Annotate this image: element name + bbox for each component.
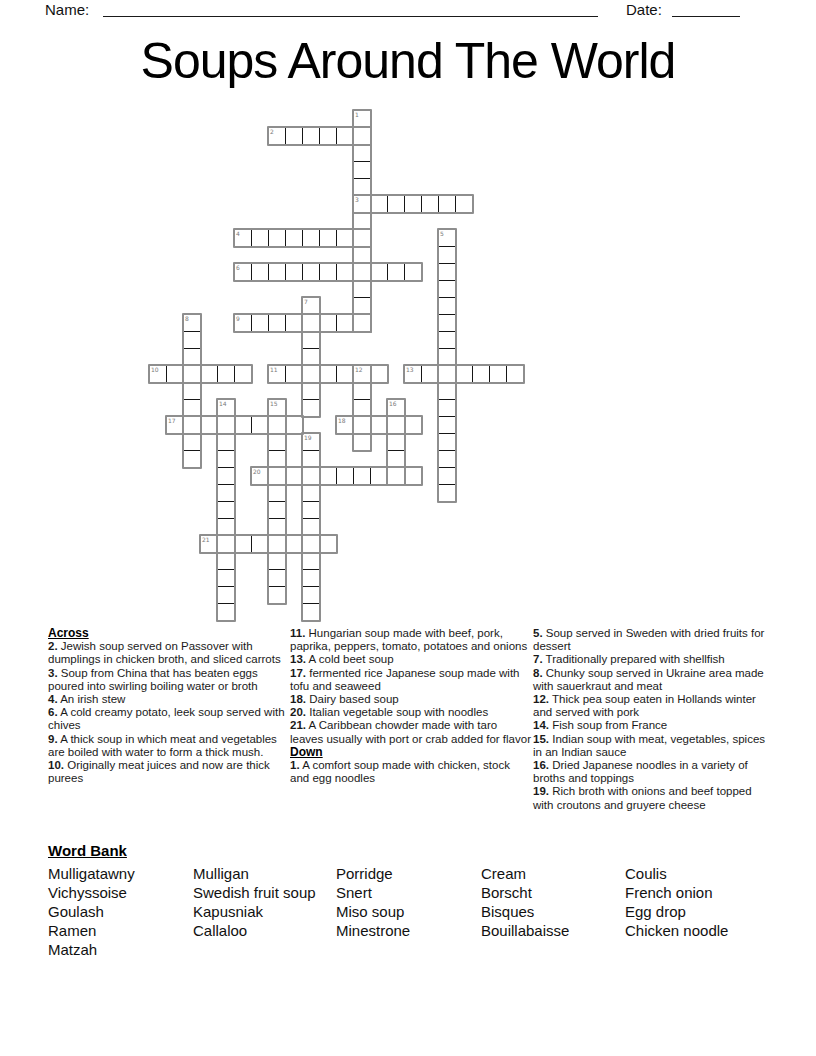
grid-cell-r18c2[interactable] xyxy=(183,416,201,434)
grid-cell-r18c12[interactable] xyxy=(353,416,371,434)
grid-cell-r8c12[interactable] xyxy=(353,246,371,264)
clue-2-across: 2. Jewish soup served on Passover with d… xyxy=(48,640,285,666)
clue-number-11: 11 xyxy=(270,366,278,373)
grid-cell-r29c4[interactable] xyxy=(217,603,235,621)
name-input-line[interactable] xyxy=(103,0,598,17)
clue-10-across: 10. Originally meat juices and now are t… xyxy=(48,759,285,785)
grid-cell-r9c17[interactable] xyxy=(438,263,456,281)
word-bank-item: Bouillabaisse xyxy=(481,921,569,940)
date-input-line[interactable] xyxy=(672,0,740,17)
grid-cell-r28c7[interactable] xyxy=(268,586,286,604)
clue-number-20: 20 xyxy=(253,468,261,475)
grid-cell-r2c12[interactable] xyxy=(353,144,371,162)
grid-cell-r6c12[interactable] xyxy=(353,212,371,230)
grid-cell-r26c7[interactable] xyxy=(268,552,286,570)
grid-cell-r21c7[interactable] xyxy=(268,467,286,485)
grid-cell-r7c10[interactable] xyxy=(319,229,337,247)
grid-cell-r7c9[interactable] xyxy=(302,229,320,247)
grid-cell-r1c11[interactable] xyxy=(336,127,354,145)
grid-cell-r9c7[interactable] xyxy=(268,263,286,281)
grid-cell-r26c9[interactable] xyxy=(302,552,320,570)
word-bank-item: Mulligan xyxy=(193,864,316,883)
word-bank-item: French onion xyxy=(625,883,728,902)
word-bank-item: Callaloo xyxy=(193,921,316,940)
grid-cell-r23c4[interactable] xyxy=(217,501,235,519)
grid-cell-r1c7[interactable]: 2 xyxy=(268,127,286,145)
word-bank: Word Bank MulligatawnyVichyssoiseGoulash… xyxy=(48,842,772,974)
clue-number-12: 12 xyxy=(355,366,363,373)
grid-cell-r25c9[interactable] xyxy=(302,535,320,553)
grid-cell-r20c14[interactable] xyxy=(387,450,405,468)
grid-cell-r9c5[interactable]: 6 xyxy=(234,263,252,281)
clue-number-21: 21 xyxy=(202,536,210,543)
grid-cell-r24c7[interactable] xyxy=(268,518,286,536)
date-label: Date: xyxy=(626,1,662,18)
grid-cell-r15c8[interactable] xyxy=(285,365,303,383)
clue-17-across: 17. fermented rice Japanese soup made wi… xyxy=(290,667,531,693)
grid-cell-r15c20[interactable] xyxy=(489,365,507,383)
crossword-worksheet: Name: Date: Soups Around The World 13245… xyxy=(0,0,816,1056)
clue-5-down: 5. Soup served in Sweden with dried frui… xyxy=(533,627,773,653)
grid-cell-r7c8[interactable] xyxy=(285,229,303,247)
grid-cell-r10c17[interactable] xyxy=(438,280,456,298)
grid-cell-r18c5[interactable] xyxy=(234,416,252,434)
clues-column-3: 5. Soup served in Sweden with dried frui… xyxy=(533,627,773,812)
word-bank-item: Ramen xyxy=(48,921,135,940)
word-bank-item: Cream xyxy=(481,864,569,883)
clue-8-down: 8. Chunky soup served in Ukraine area ma… xyxy=(533,667,773,693)
grid-cell-r9c8[interactable] xyxy=(285,263,303,281)
grid-cell-r5c16[interactable] xyxy=(421,195,439,213)
grid-cell-r0c12[interactable]: 1 xyxy=(353,110,371,128)
grid-cell-r12c10[interactable] xyxy=(319,314,337,332)
grid-cell-r14c2[interactable] xyxy=(183,348,201,366)
grid-cell-r9c12[interactable] xyxy=(353,263,371,281)
word-bank-item: Bisques xyxy=(481,902,569,921)
grid-cell-r18c8[interactable] xyxy=(285,416,303,434)
clue-number-16: 16 xyxy=(389,400,397,407)
grid-cell-r11c9[interactable]: 7 xyxy=(302,297,320,315)
grid-cell-r15c4[interactable] xyxy=(217,365,235,383)
grid-cell-r19c17[interactable] xyxy=(438,433,456,451)
puzzle-title: Soups Around The World xyxy=(0,35,816,88)
grid-cell-r16c12[interactable] xyxy=(353,382,371,400)
word-bank-item: Goulash xyxy=(48,902,135,921)
clue-4-across: 4. An irish stew xyxy=(48,693,285,706)
grid-cell-r15c3[interactable] xyxy=(200,365,218,383)
clue-number-2: 2 xyxy=(270,128,274,135)
grid-cell-r17c17[interactable] xyxy=(438,399,456,417)
clue-18-across: 18. Dairy based soup xyxy=(290,693,531,706)
word-bank-item: Porridge xyxy=(336,864,410,883)
grid-cell-r18c11[interactable]: 18 xyxy=(336,416,354,434)
grid-cell-r19c2[interactable] xyxy=(183,433,201,451)
grid-cell-r24c9[interactable] xyxy=(302,518,320,536)
grid-cell-r21c10[interactable] xyxy=(319,467,337,485)
clue-14-down: 14. Fish soup from France xyxy=(533,719,773,732)
word-bank-columns: MulligatawnyVichyssoiseGoulashRamenMatza… xyxy=(48,864,772,974)
grid-cell-r9c15[interactable] xyxy=(404,263,422,281)
grid-cell-r5c14[interactable] xyxy=(387,195,405,213)
grid-cell-r25c10[interactable] xyxy=(319,535,337,553)
grid-cell-r20c17[interactable] xyxy=(438,450,456,468)
grid-cell-r17c14[interactable]: 16 xyxy=(387,399,405,417)
grid-cell-r15c9[interactable] xyxy=(302,365,320,383)
clue-number-7: 7 xyxy=(304,298,308,305)
word-bank-item: Minestrone xyxy=(336,921,410,940)
word-bank-column-2: MulliganSwedish fruit soupKapusniakCalla… xyxy=(193,864,316,940)
grid-cell-r7c17[interactable]: 5 xyxy=(438,229,456,247)
grid-cell-r7c11[interactable] xyxy=(336,229,354,247)
clue-number-14: 14 xyxy=(219,400,227,407)
clue-1-down: 1. A comfort soup made with chicken, sto… xyxy=(290,759,531,785)
grid-cell-r13c17[interactable] xyxy=(438,331,456,349)
grid-cell-r18c15[interactable] xyxy=(404,416,422,434)
grid-cell-r21c17[interactable] xyxy=(438,467,456,485)
grid-cell-r21c12[interactable] xyxy=(353,467,371,485)
grid-cell-r28c9[interactable] xyxy=(302,586,320,604)
grid-cell-r22c17[interactable] xyxy=(438,484,456,502)
clue-9-across: 9. A thick soup in which meat and vegeta… xyxy=(48,733,285,759)
grid-cell-r13c2[interactable] xyxy=(183,331,201,349)
clue-13-across: 13. A cold beet soup xyxy=(290,653,531,666)
grid-cell-r18c13[interactable] xyxy=(370,416,388,434)
grid-cell-r23c9[interactable] xyxy=(302,501,320,519)
crossword-grid: 132456789101112131415161718192021 xyxy=(149,110,524,621)
grid-cell-r5c17[interactable] xyxy=(438,195,456,213)
grid-cell-r14c9[interactable] xyxy=(302,348,320,366)
grid-cell-r18c14[interactable] xyxy=(387,416,405,434)
word-bank-item: Kapusniak xyxy=(193,902,316,921)
grid-cell-r12c2[interactable]: 8 xyxy=(183,314,201,332)
grid-cell-r24c4[interactable] xyxy=(217,518,235,536)
grid-cell-r19c12[interactable] xyxy=(353,433,371,451)
grid-cell-r12c8[interactable] xyxy=(285,314,303,332)
word-bank-item: Chicken noodle xyxy=(625,921,728,940)
grid-cell-r15c7[interactable]: 11 xyxy=(268,365,286,383)
clue-number-18: 18 xyxy=(338,417,346,424)
grid-cell-r5c18[interactable] xyxy=(455,195,473,213)
grid-cell-r18c17[interactable] xyxy=(438,416,456,434)
word-bank-heading: Word Bank xyxy=(48,842,772,859)
grid-cell-r19c14[interactable] xyxy=(387,433,405,451)
clue-number-15: 15 xyxy=(270,400,278,407)
word-bank-item: Vichyssoise xyxy=(48,883,135,902)
grid-cell-r25c8[interactable] xyxy=(285,535,303,553)
word-bank-column-1: MulligatawnyVichyssoiseGoulashRamenMatza… xyxy=(48,864,135,959)
clue-number-1: 1 xyxy=(355,111,359,118)
grid-cell-r15c18[interactable] xyxy=(455,365,473,383)
grid-cell-r23c7[interactable] xyxy=(268,501,286,519)
grid-cell-r19c4[interactable] xyxy=(217,433,235,451)
grid-cell-r15c21[interactable] xyxy=(506,365,524,383)
grid-cell-r5c15[interactable] xyxy=(404,195,422,213)
grid-cell-r20c4[interactable] xyxy=(217,450,235,468)
grid-cell-r15c15[interactable]: 13 xyxy=(404,365,422,383)
grid-cell-r5c13[interactable] xyxy=(370,195,388,213)
word-bank-item: Coulis xyxy=(625,864,728,883)
grid-cell-r11c12[interactable] xyxy=(353,297,371,315)
grid-cell-r22c4[interactable] xyxy=(217,484,235,502)
grid-cell-r21c14[interactable] xyxy=(387,467,405,485)
grid-cell-r15c11[interactable] xyxy=(336,365,354,383)
clue-number-4: 4 xyxy=(236,230,240,237)
clues-heading-across: Across xyxy=(48,627,285,640)
grid-cell-r12c6[interactable] xyxy=(251,314,269,332)
clue-number-9: 9 xyxy=(236,315,240,322)
clue-3-across: 3. Soup from China that has beaten eggs … xyxy=(48,667,285,693)
name-label: Name: xyxy=(45,1,89,18)
grid-cell-r4c12[interactable] xyxy=(353,178,371,196)
grid-cell-r9c13[interactable] xyxy=(370,263,388,281)
clue-number-6: 6 xyxy=(236,264,240,271)
grid-cell-r26c4[interactable] xyxy=(217,552,235,570)
grid-cell-r25c7[interactable] xyxy=(268,535,286,553)
grid-cell-r15c0[interactable]: 10 xyxy=(149,365,167,383)
clue-number-10: 10 xyxy=(151,366,159,373)
clue-12-down: 12. Thick pea soup eaten in Hollands win… xyxy=(533,693,773,719)
word-bank-item: Swedish fruit soup xyxy=(193,883,316,902)
grid-cell-r25c5[interactable] xyxy=(234,535,252,553)
clue-7-down: 7. Traditionally prepared with shellfish xyxy=(533,653,773,666)
word-bank-item: Egg drop xyxy=(625,902,728,921)
clue-11-across: 11. Hungarian soup made with beef, pork,… xyxy=(290,627,531,653)
grid-cell-r29c9[interactable] xyxy=(302,603,320,621)
grid-cell-r7c12[interactable] xyxy=(353,229,371,247)
grid-cell-r21c8[interactable] xyxy=(285,467,303,485)
grid-cell-r14c17[interactable] xyxy=(438,348,456,366)
grid-cell-r20c9[interactable] xyxy=(302,450,320,468)
grid-cell-r12c17[interactable] xyxy=(438,314,456,332)
grid-cell-r20c7[interactable] xyxy=(268,450,286,468)
grid-cell-r18c6[interactable] xyxy=(251,416,269,434)
grid-cell-r15c13[interactable] xyxy=(370,365,388,383)
grid-cell-r17c12[interactable] xyxy=(353,399,371,417)
word-bank-column-5: CoulisFrench onionEgg dropChicken noodle xyxy=(625,864,728,940)
grid-cell-r21c4[interactable] xyxy=(217,467,235,485)
word-bank-item: Snert xyxy=(336,883,410,902)
grid-cell-r5c12[interactable]: 3 xyxy=(353,195,371,213)
grid-cell-r15c19[interactable] xyxy=(472,365,490,383)
grid-cell-r15c2[interactable] xyxy=(183,365,201,383)
grid-cell-r21c9[interactable] xyxy=(302,467,320,485)
grid-cell-r12c11[interactable] xyxy=(336,314,354,332)
grid-cell-r16c2[interactable] xyxy=(183,382,201,400)
grid-cell-r18c4[interactable] xyxy=(217,416,235,434)
clue-number-13: 13 xyxy=(406,366,414,373)
grid-cell-r10c12[interactable] xyxy=(353,280,371,298)
clue-6-across: 6. A cold creamy potato, leek soup serve… xyxy=(48,706,285,732)
grid-cell-r21c15[interactable] xyxy=(404,467,422,485)
grid-cell-r12c12[interactable] xyxy=(353,314,371,332)
grid-cell-r22c9[interactable] xyxy=(302,484,320,502)
grid-cell-r19c7[interactable] xyxy=(268,433,286,451)
grid-cell-r12c7[interactable] xyxy=(268,314,286,332)
grid-cell-r1c12[interactable] xyxy=(353,127,371,145)
grid-cell-r27c7[interactable] xyxy=(268,569,286,587)
word-bank-item: Miso soup xyxy=(336,902,410,921)
grid-cell-r12c5[interactable]: 9 xyxy=(234,314,252,332)
grid-cell-r9c9[interactable] xyxy=(302,263,320,281)
grid-cell-r20c2[interactable] xyxy=(183,450,201,468)
word-bank-column-3: PorridgeSnertMiso soupMinestrone xyxy=(336,864,410,940)
grid-cell-r16c9[interactable] xyxy=(302,382,320,400)
grid-cell-r9c14[interactable] xyxy=(387,263,405,281)
grid-cell-r21c11[interactable] xyxy=(336,467,354,485)
grid-cell-r1c8[interactable] xyxy=(285,127,303,145)
grid-cell-r18c3[interactable] xyxy=(200,416,218,434)
grid-cell-r25c6[interactable] xyxy=(251,535,269,553)
grid-cell-r25c3[interactable]: 21 xyxy=(200,535,218,553)
clue-number-19: 19 xyxy=(304,434,312,441)
grid-cell-r19c9[interactable]: 19 xyxy=(302,433,320,451)
grid-cell-r11c17[interactable] xyxy=(438,297,456,315)
grid-cell-r21c6[interactable]: 20 xyxy=(251,467,269,485)
grid-cell-r8c17[interactable] xyxy=(438,246,456,264)
grid-cell-r15c5[interactable] xyxy=(234,365,252,383)
grid-cell-r3c12[interactable] xyxy=(353,161,371,179)
clue-number-17: 17 xyxy=(168,417,176,424)
grid-cell-r17c4[interactable]: 14 xyxy=(217,399,235,417)
grid-cell-r9c6[interactable] xyxy=(251,263,269,281)
grid-cell-r9c10[interactable] xyxy=(319,263,337,281)
clues-column-2: 11. Hungarian soup made with beef, pork,… xyxy=(290,627,531,785)
word-bank-column-4: CreamBorschtBisquesBouillabaisse xyxy=(481,864,569,940)
grid-cell-r17c7[interactable]: 15 xyxy=(268,399,286,417)
grid-cell-r15c10[interactable] xyxy=(319,365,337,383)
grid-cell-r7c5[interactable]: 4 xyxy=(234,229,252,247)
grid-cell-r21c13[interactable] xyxy=(370,467,388,485)
word-bank-item: Matzah xyxy=(48,940,135,959)
grid-cell-r17c9[interactable] xyxy=(302,399,320,417)
grid-cell-r15c17[interactable] xyxy=(438,365,456,383)
grid-cell-r18c7[interactable] xyxy=(268,416,286,434)
clue-number-3: 3 xyxy=(355,196,359,203)
grid-cell-r9c11[interactable] xyxy=(336,263,354,281)
clue-20-across: 20. Italian vegetable soup with noodles xyxy=(290,706,531,719)
grid-cell-r15c1[interactable] xyxy=(166,365,184,383)
clue-15-down: 15. Indian soup with meat, vegetables, s… xyxy=(533,733,773,759)
grid-cell-r1c10[interactable] xyxy=(319,127,337,145)
grid-cell-r15c12[interactable]: 12 xyxy=(353,365,371,383)
grid-cell-r12c9[interactable] xyxy=(302,314,320,332)
clue-number-5: 5 xyxy=(440,230,444,237)
word-bank-item: Borscht xyxy=(481,883,569,902)
clue-16-down: 16. Dried Japanese noodles in a variety … xyxy=(533,759,773,785)
clue-21-across: 21. A Caribbean chowder made with taro l… xyxy=(290,719,531,745)
grid-cell-r18c1[interactable]: 17 xyxy=(166,416,184,434)
word-bank-item: Mulligatawny xyxy=(48,864,135,883)
grid-cell-r28c4[interactable] xyxy=(217,586,235,604)
grid-cell-r27c4[interactable] xyxy=(217,569,235,587)
clues-column-1: Across2. Jewish soup served on Passover … xyxy=(48,627,285,785)
clues-heading-down: Down xyxy=(290,746,531,759)
grid-cell-r13c9[interactable] xyxy=(302,331,320,349)
grid-cell-r16c17[interactable] xyxy=(438,382,456,400)
grid-cell-r27c9[interactable] xyxy=(302,569,320,587)
grid-cell-r17c2[interactable] xyxy=(183,399,201,417)
clue-19-down: 19. Rich broth with onions and beef topp… xyxy=(533,785,773,811)
grid-cell-r7c7[interactable] xyxy=(268,229,286,247)
grid-cell-r1c9[interactable] xyxy=(302,127,320,145)
grid-cell-r25c4[interactable] xyxy=(217,535,235,553)
grid-cell-r15c16[interactable] xyxy=(421,365,439,383)
grid-cell-r22c7[interactable] xyxy=(268,484,286,502)
clue-number-8: 8 xyxy=(185,315,189,322)
grid-cell-r7c6[interactable] xyxy=(251,229,269,247)
